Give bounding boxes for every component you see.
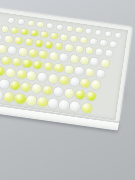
well-C9 bbox=[75, 46, 83, 53]
well-F7 bbox=[37, 72, 47, 82]
well-F9 bbox=[59, 75, 69, 85]
well-E4 bbox=[12, 58, 21, 67]
well-A11 bbox=[105, 31, 112, 37]
well-C4 bbox=[25, 38, 33, 45]
well-C6 bbox=[45, 41, 53, 48]
well-E5 bbox=[22, 59, 31, 68]
plate-frame bbox=[0, 6, 132, 122]
well-D6 bbox=[39, 51, 48, 59]
well-B5 bbox=[41, 31, 48, 38]
well-H5 bbox=[3, 92, 14, 103]
well-F4 bbox=[5, 68, 15, 78]
well-F8 bbox=[48, 74, 58, 84]
well-C5 bbox=[35, 40, 43, 47]
well-C11 bbox=[95, 48, 103, 55]
well-G4 bbox=[0, 79, 9, 89]
well-B11 bbox=[100, 39, 107, 46]
well-D10 bbox=[80, 56, 89, 64]
well-H7 bbox=[25, 95, 36, 106]
well-E6 bbox=[33, 60, 42, 69]
well-H10 bbox=[59, 99, 70, 110]
well-B10 bbox=[90, 38, 97, 45]
well-A2 bbox=[18, 19, 25, 25]
well-C3 bbox=[14, 37, 22, 44]
plate-deck bbox=[0, 11, 128, 121]
well-E7 bbox=[43, 62, 52, 71]
well-C10 bbox=[85, 47, 93, 54]
well-D7 bbox=[49, 52, 58, 60]
well-G7 bbox=[31, 83, 42, 93]
well-A5 bbox=[47, 23, 54, 29]
well-G6 bbox=[20, 82, 31, 92]
well-F3 bbox=[0, 66, 5, 76]
well-G11 bbox=[75, 89, 86, 99]
well-B1 bbox=[1, 26, 8, 33]
well-G10 bbox=[64, 88, 75, 98]
well-F11 bbox=[80, 78, 90, 88]
well-H8 bbox=[36, 96, 47, 107]
well-D5 bbox=[29, 49, 38, 57]
well-G9 bbox=[53, 86, 64, 96]
well-B2 bbox=[11, 27, 18, 34]
well-A8 bbox=[76, 27, 83, 33]
well-A10 bbox=[95, 30, 102, 36]
well-E9 bbox=[64, 65, 73, 74]
well-F6 bbox=[27, 71, 37, 81]
well-C7 bbox=[55, 43, 63, 50]
well-G12 bbox=[86, 91, 97, 101]
well-C1 bbox=[0, 34, 2, 41]
well-D12 bbox=[101, 59, 110, 67]
well-D3 bbox=[8, 46, 17, 54]
well-G8 bbox=[42, 85, 53, 95]
well-A12 bbox=[114, 32, 121, 38]
well-C12 bbox=[105, 50, 113, 57]
well-A7 bbox=[66, 26, 73, 32]
well-B9 bbox=[80, 37, 87, 44]
well-C8 bbox=[65, 44, 73, 51]
well-B7 bbox=[60, 34, 67, 41]
well-B3 bbox=[21, 28, 28, 35]
well-A4 bbox=[37, 22, 44, 28]
well-C2 bbox=[4, 36, 12, 43]
photo-scene bbox=[0, 0, 135, 180]
well-A6 bbox=[56, 24, 63, 30]
well-H6 bbox=[14, 93, 25, 104]
well-F12 bbox=[91, 80, 101, 90]
well-A1 bbox=[8, 17, 15, 23]
well-A9 bbox=[85, 28, 92, 34]
well-B12 bbox=[110, 41, 117, 48]
well-E8 bbox=[54, 63, 63, 72]
well-D8 bbox=[59, 54, 68, 62]
well-E11 bbox=[85, 68, 94, 77]
well-A3 bbox=[27, 20, 34, 26]
well-H9 bbox=[47, 98, 58, 109]
well-E12 bbox=[96, 69, 105, 78]
well-F5 bbox=[16, 69, 26, 79]
well-B6 bbox=[51, 32, 58, 39]
well-E3 bbox=[1, 56, 10, 65]
well-B4 bbox=[31, 30, 38, 37]
well-E10 bbox=[75, 66, 84, 75]
well-G5 bbox=[10, 80, 21, 90]
microplate bbox=[0, 6, 132, 131]
well-D11 bbox=[90, 58, 99, 66]
well-H11 bbox=[70, 101, 81, 112]
well-D9 bbox=[70, 55, 79, 63]
well-B8 bbox=[70, 35, 77, 42]
well-F10 bbox=[69, 77, 79, 87]
well-D4 bbox=[18, 48, 27, 56]
well-H12 bbox=[81, 103, 92, 114]
well-D2 bbox=[0, 45, 6, 53]
